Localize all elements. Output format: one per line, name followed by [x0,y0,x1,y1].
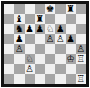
square-f1[interactable] [55,74,65,84]
square-b1[interactable] [14,74,24,84]
diagram-frame: ♚♜♝♜♞♟♟♘♟♟♙♙♟♙♙♘♔♖♙♖ [0,0,90,88]
square-f6[interactable]: ♟ [55,24,65,34]
square-f2[interactable] [55,64,65,74]
square-a8[interactable] [4,4,14,14]
black-bishop-b7[interactable]: ♝ [15,14,24,23]
square-h8[interactable] [76,4,86,14]
black-pawn-b5[interactable]: ♟ [15,34,24,43]
white-rook-h3[interactable]: ♖ [77,54,86,63]
black-pawn-c6[interactable]: ♟ [25,24,34,33]
square-f5[interactable]: ♙ [55,34,65,44]
square-c1[interactable] [25,74,35,84]
square-c2[interactable]: ♙ [25,64,35,74]
square-b6[interactable]: ♞ [14,24,24,34]
square-e7[interactable] [45,14,55,24]
square-g4[interactable] [66,44,76,54]
square-d8[interactable] [35,4,45,14]
black-rook-d7[interactable]: ♜ [36,14,45,23]
white-pawn-f5[interactable]: ♙ [56,34,65,43]
square-e8[interactable]: ♚ [45,4,55,14]
square-f7[interactable] [55,14,65,24]
square-c6[interactable]: ♟ [25,24,35,34]
square-d5[interactable] [35,34,45,44]
chess-board: ♚♜♝♜♞♟♟♘♟♟♙♙♟♙♙♘♔♖♙♖ [4,4,86,84]
square-a2[interactable] [4,64,14,74]
square-b5[interactable]: ♟ [14,34,24,44]
square-b8[interactable] [14,4,24,14]
white-pawn-b4[interactable]: ♙ [15,44,24,53]
square-h5[interactable] [76,34,86,44]
square-a6[interactable] [4,24,14,34]
square-g7[interactable] [66,14,76,24]
square-a5[interactable] [4,34,14,44]
square-e1[interactable] [45,74,55,84]
square-d6[interactable]: ♟ [35,24,45,34]
white-pawn-h4[interactable]: ♙ [77,44,86,53]
square-c8[interactable] [25,4,35,14]
square-c4[interactable] [25,44,35,54]
square-a3[interactable] [4,54,14,64]
square-e2[interactable] [45,64,55,74]
square-a7[interactable] [4,14,14,24]
square-g3[interactable]: ♔ [66,54,76,64]
black-pawn-d6[interactable]: ♟ [36,24,45,33]
square-d3[interactable] [35,54,45,64]
square-h3[interactable]: ♖ [76,54,86,64]
square-g2[interactable] [66,64,76,74]
white-pawn-c2[interactable]: ♙ [25,64,34,73]
square-e3[interactable] [45,54,55,64]
square-g5[interactable]: ♟ [66,34,76,44]
square-b4[interactable]: ♙ [14,44,24,54]
square-f4[interactable] [55,44,65,54]
square-e5[interactable]: ♙ [45,34,55,44]
board-border: ♚♜♝♜♞♟♟♘♟♟♙♙♟♙♙♘♔♖♙♖ [1,1,89,87]
square-a1[interactable] [4,74,14,84]
white-knight-c3[interactable]: ♘ [25,54,34,63]
square-b3[interactable] [14,54,24,64]
black-pawn-f6[interactable]: ♟ [56,24,65,33]
square-h7[interactable] [76,14,86,24]
white-rook-h1[interactable]: ♖ [77,74,86,83]
square-d2[interactable] [35,64,45,74]
white-pawn-e5[interactable]: ♙ [46,34,55,43]
square-f8[interactable] [55,4,65,14]
square-g8[interactable]: ♜ [66,4,76,14]
square-f3[interactable] [55,54,65,64]
black-king-e8[interactable]: ♚ [46,4,55,13]
square-d4[interactable] [35,44,45,54]
white-knight-e6[interactable]: ♘ [46,24,55,33]
white-king-g3[interactable]: ♔ [66,54,75,63]
square-g6[interactable] [66,24,76,34]
square-e6[interactable]: ♘ [45,24,55,34]
square-g1[interactable] [66,74,76,84]
square-c5[interactable] [25,34,35,44]
square-c7[interactable] [25,14,35,24]
black-rook-g8[interactable]: ♜ [66,4,75,13]
square-h4[interactable]: ♙ [76,44,86,54]
square-h1[interactable]: ♖ [76,74,86,84]
square-b2[interactable] [14,64,24,74]
square-d7[interactable]: ♜ [35,14,45,24]
square-e4[interactable] [45,44,55,54]
square-b7[interactable]: ♝ [14,14,24,24]
black-knight-b6[interactable]: ♞ [15,24,24,33]
square-a4[interactable] [4,44,14,54]
black-pawn-g5[interactable]: ♟ [66,34,75,43]
square-c3[interactable]: ♘ [25,54,35,64]
square-h2[interactable] [76,64,86,74]
square-h6[interactable] [76,24,86,34]
square-d1[interactable] [35,74,45,84]
